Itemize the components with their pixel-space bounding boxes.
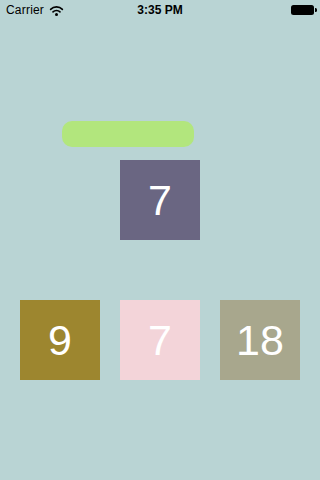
battery-icon [291, 5, 314, 15]
app-screen: Carrier 3:35 PM 7 9 7 18 [0, 0, 320, 480]
target-number-tile: 7 [120, 160, 200, 240]
timer-progress-bar [62, 121, 194, 147]
choice-tile-7[interactable]: 7 [120, 300, 200, 380]
choice-tile-value: 9 [48, 319, 72, 362]
clock-label: 3:35 PM [137, 0, 182, 20]
status-bar-left: Carrier [0, 3, 64, 17]
wifi-icon [49, 5, 64, 16]
choice-tile-value: 18 [236, 319, 284, 362]
choice-tile-9[interactable]: 9 [20, 300, 100, 380]
choice-tile-18[interactable]: 18 [220, 300, 300, 380]
target-number-value: 7 [148, 179, 172, 222]
status-bar: Carrier 3:35 PM [0, 0, 320, 20]
carrier-label: Carrier [6, 3, 44, 17]
status-bar-right [291, 0, 314, 20]
choice-tile-value: 7 [148, 319, 172, 362]
